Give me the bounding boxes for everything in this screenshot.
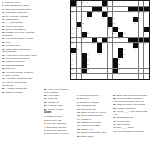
white-cell[interactable]: 40 <box>128 43 133 48</box>
clue-item: 5. Like some windows <box>44 129 73 132</box>
white-cell[interactable] <box>113 7 118 12</box>
white-cell[interactable]: 13 <box>108 12 113 17</box>
white-cell[interactable] <box>97 74 102 79</box>
black-cell <box>113 58 118 63</box>
white-cell[interactable] <box>77 38 82 43</box>
clue-number: 11. <box>77 108 81 110</box>
clue-number: 31. <box>2 54 6 56</box>
white-cell[interactable] <box>82 43 87 48</box>
white-cell[interactable] <box>102 58 107 63</box>
white-cell[interactable] <box>102 69 107 74</box>
white-cell[interactable]: 11 <box>92 12 97 17</box>
white-cell[interactable]: 60 <box>71 74 76 79</box>
white-cell[interactable] <box>108 58 113 63</box>
clue-item: 25. Soccer exclamation <box>2 28 42 31</box>
white-cell[interactable]: 58 <box>87 69 92 74</box>
cell-number: 12 <box>97 11 99 13</box>
clue-item: 56. It may be worn <box>44 104 73 107</box>
white-cell[interactable] <box>87 7 92 12</box>
black-cell <box>82 63 87 68</box>
clue-item: 2. Eat a hero, say <box>44 119 73 122</box>
white-cell[interactable]: 21 <box>139 17 144 22</box>
white-cell[interactable]: 17 <box>71 17 76 22</box>
clue-number: 25. <box>2 28 6 30</box>
clue-number: 20. <box>77 135 81 137</box>
white-cell[interactable]: 12 <box>97 12 102 17</box>
white-cell[interactable] <box>108 74 113 79</box>
cell-number: 19 <box>103 17 105 19</box>
clue-number: 14. <box>2 8 6 10</box>
cell-number: 32 <box>123 32 125 34</box>
clue-number: 30. <box>2 48 6 50</box>
white-cell[interactable]: 23 <box>113 22 118 27</box>
cell-number: 13 <box>108 11 110 13</box>
white-cell[interactable] <box>123 38 128 43</box>
white-cell[interactable]: 37 <box>71 43 76 48</box>
cell-number: 40 <box>128 42 130 44</box>
across-clues-column-1: 1. It may be left on6. Word with snap or… <box>2 1 42 149</box>
cell-number: 23 <box>113 22 115 24</box>
white-cell[interactable] <box>133 1 138 6</box>
clue-number: 17. <box>2 18 6 20</box>
white-cell[interactable]: 28 <box>118 27 123 32</box>
cell-number: 17 <box>72 17 74 19</box>
white-cell[interactable] <box>97 17 102 22</box>
white-cell[interactable] <box>102 53 107 58</box>
white-cell[interactable] <box>144 32 149 37</box>
clue-number: 3. <box>44 122 47 124</box>
clue-number: 44. <box>2 74 6 76</box>
clue-item: 33. Result of a splinter <box>2 60 42 63</box>
white-cell[interactable] <box>92 63 97 68</box>
cell-number: 7 <box>123 1 124 3</box>
clue-item: 47. Acts like a comeback <box>2 81 42 84</box>
clue-item: 19. ___ Paul guitars <box>2 21 42 24</box>
white-cell[interactable] <box>97 1 102 6</box>
white-cell[interactable] <box>108 53 113 58</box>
clue-number: 33. <box>2 60 6 62</box>
white-cell[interactable] <box>92 1 97 6</box>
white-cell[interactable] <box>139 22 144 27</box>
clue-item: 35. Metallic foundation <box>113 107 148 110</box>
cell-number: 58 <box>87 68 89 70</box>
black-cell <box>133 38 138 43</box>
clue-item: 53. Hour flower <box>44 94 73 97</box>
white-cell[interactable]: 19 <box>102 17 107 22</box>
white-cell[interactable] <box>144 69 149 74</box>
white-cell[interactable] <box>108 69 113 74</box>
white-cell[interactable] <box>77 53 82 58</box>
white-cell[interactable] <box>139 48 144 53</box>
black-cell <box>118 48 123 53</box>
clue-item: 40. Uneven coat <box>113 120 148 123</box>
white-cell[interactable] <box>123 12 128 17</box>
white-cell[interactable]: 59 <box>118 69 123 74</box>
white-cell[interactable] <box>139 32 144 37</box>
cell-number: 6 <box>118 1 119 3</box>
clue-item: 18. Magpie, e.g. <box>77 128 110 131</box>
clue-number: 19. <box>2 21 6 23</box>
white-cell[interactable] <box>128 53 133 58</box>
white-cell[interactable] <box>123 74 128 79</box>
cell-number: 59 <box>118 68 120 70</box>
white-cell[interactable]: 38 <box>92 43 97 48</box>
white-cell[interactable]: 27 <box>108 27 113 32</box>
clue-number: 51. <box>2 91 6 93</box>
white-cell[interactable] <box>113 48 118 53</box>
cell-number: 18 <box>87 17 89 19</box>
white-cell[interactable] <box>128 58 133 63</box>
white-cell[interactable] <box>118 74 123 79</box>
white-cell[interactable] <box>113 43 118 48</box>
cell-number: 56 <box>118 63 120 65</box>
clue-item: 39. Nursemaid's urn <box>113 116 148 119</box>
down-clues-column-2: 1. Initialized users2. Eat a hero, say3.… <box>44 115 73 135</box>
white-cell[interactable] <box>144 58 149 63</box>
white-cell[interactable] <box>108 63 113 68</box>
clue-item: 49. Silvana <box>2 84 42 87</box>
white-cell[interactable] <box>97 69 102 74</box>
white-cell[interactable] <box>139 63 144 68</box>
white-cell[interactable]: 4 <box>108 1 113 6</box>
white-cell[interactable] <box>77 63 82 68</box>
cell-number: 21 <box>139 17 141 19</box>
cell-number: 27 <box>108 27 110 29</box>
white-cell[interactable] <box>92 53 97 58</box>
white-cell[interactable] <box>97 38 102 43</box>
white-cell[interactable]: 42 <box>144 43 149 48</box>
white-cell[interactable]: 22 <box>82 22 87 27</box>
down-clues-column-3: 7. Poisoned pullover?8. Say no to9. Exam… <box>77 94 110 149</box>
white-cell[interactable] <box>144 63 149 68</box>
cell-number: 60 <box>72 74 74 76</box>
clue-item: 52. Apple on a teacher's desk, perhaps <box>44 88 73 93</box>
white-cell[interactable]: 49 <box>97 53 102 58</box>
white-cell[interactable] <box>139 69 144 74</box>
clue-number: 42. <box>113 126 117 128</box>
white-cell[interactable]: 32 <box>123 32 128 37</box>
white-cell[interactable] <box>133 53 138 58</box>
clue-number: 14. <box>77 118 81 120</box>
clue-number: 35. <box>113 107 117 109</box>
clue-item: 51. Takes the plunge <box>2 91 42 94</box>
clue-number: 36. <box>2 67 6 69</box>
white-cell[interactable] <box>144 1 149 6</box>
clue-item: 17. Canton's city <box>2 18 42 21</box>
white-cell[interactable] <box>118 12 123 17</box>
white-cell[interactable] <box>144 22 149 27</box>
clue-number: 37. <box>113 110 117 112</box>
white-cell[interactable] <box>123 22 128 27</box>
white-cell[interactable] <box>128 32 133 37</box>
cell-number: 45 <box>123 48 125 50</box>
white-cell[interactable] <box>92 74 97 79</box>
clue-item: 54. Went first <box>44 97 73 100</box>
white-cell[interactable]: 34 <box>82 38 87 43</box>
white-cell[interactable] <box>82 27 87 32</box>
clue-number: 24. <box>2 25 6 27</box>
clue-item: 6. Cap'n caddy, for short <box>44 132 73 135</box>
white-cell[interactable] <box>102 63 107 68</box>
black-cell <box>82 53 87 58</box>
white-cell[interactable] <box>139 74 144 79</box>
black-cell <box>144 27 149 32</box>
clue-number: 43. <box>113 130 117 132</box>
white-cell[interactable]: 3 <box>87 1 92 6</box>
white-cell[interactable] <box>133 12 138 17</box>
white-cell[interactable] <box>118 43 123 48</box>
white-cell[interactable] <box>92 32 97 37</box>
clue-number: 18. <box>77 128 81 130</box>
white-cell[interactable] <box>87 38 92 43</box>
white-cell[interactable] <box>108 43 113 48</box>
white-cell[interactable] <box>128 69 133 74</box>
white-cell[interactable]: 46 <box>133 48 138 53</box>
white-cell[interactable] <box>97 32 102 37</box>
clue-number: 38. <box>2 71 6 73</box>
white-cell[interactable] <box>139 58 144 63</box>
white-cell[interactable] <box>128 1 133 6</box>
cell-number: 34 <box>82 37 84 39</box>
clue-number: 23. <box>113 103 117 105</box>
white-cell[interactable] <box>113 74 118 79</box>
clue-number: 41. <box>113 123 117 125</box>
black-cell <box>108 17 113 22</box>
clue-item: 28. Fiery <box>2 41 42 44</box>
black-cell <box>82 58 87 63</box>
white-cell[interactable]: 26 <box>77 27 82 32</box>
clue-item: 14. Small-talk creator? Parlor <box>2 8 42 11</box>
white-cell[interactable] <box>133 74 138 79</box>
clue-number: 32. <box>2 57 6 59</box>
down-section-header: Down <box>44 111 73 114</box>
clue-number: 8. <box>77 97 80 99</box>
clue-item: 57. Mother of stone <box>44 108 73 111</box>
clue-number: 28. <box>2 41 6 43</box>
white-cell[interactable] <box>123 63 128 68</box>
clue-number: 15. <box>77 121 81 123</box>
white-cell[interactable] <box>133 63 138 68</box>
clue-item: 27. How grown-ups act, to kids <box>2 37 42 40</box>
white-cell[interactable] <box>92 58 97 63</box>
clue-item: 19. Shopkeeper's stats, often <box>77 131 110 134</box>
cell-number: 11 <box>92 11 94 13</box>
white-cell[interactable] <box>144 74 149 79</box>
white-cell[interactable] <box>128 48 133 53</box>
cell-number: 42 <box>144 42 146 44</box>
black-cell <box>133 7 138 12</box>
cell-number: 38 <box>92 42 94 44</box>
white-cell[interactable] <box>92 48 97 53</box>
white-cell[interactable] <box>139 53 144 58</box>
white-cell[interactable] <box>82 7 87 12</box>
white-cell[interactable] <box>108 48 113 53</box>
white-cell[interactable] <box>133 69 138 74</box>
clue-number: 17. <box>77 124 81 126</box>
white-cell[interactable] <box>102 27 107 32</box>
cell-number: 26 <box>77 27 79 29</box>
clue-number: 6. <box>2 4 5 6</box>
white-cell[interactable] <box>133 27 138 32</box>
white-cell[interactable] <box>77 32 82 37</box>
across-clues-column-2: 52. Apple on a teacher's desk, perhaps53… <box>44 88 73 110</box>
white-cell[interactable]: 16 <box>144 12 149 17</box>
cell-number: 14 <box>128 11 130 13</box>
cell-number: 43 <box>77 48 79 50</box>
white-cell[interactable] <box>128 74 133 79</box>
black-cell <box>113 63 118 68</box>
white-cell[interactable] <box>92 69 97 74</box>
cell-number: 28 <box>118 27 120 29</box>
clue-item: 13. Kiss in rhododendron <box>77 114 110 117</box>
clue-number: 26. <box>2 31 6 33</box>
white-cell[interactable]: 6 <box>118 1 123 6</box>
white-cell[interactable] <box>77 12 82 17</box>
cell-number: 31 <box>113 32 115 34</box>
white-cell[interactable]: 7 <box>123 1 128 6</box>
white-cell[interactable] <box>92 22 97 27</box>
white-cell[interactable] <box>77 74 82 79</box>
white-cell[interactable] <box>139 27 144 32</box>
white-cell[interactable] <box>123 7 128 12</box>
white-cell[interactable]: 50 <box>123 53 128 58</box>
white-cell[interactable] <box>113 38 118 43</box>
white-cell[interactable] <box>97 22 102 27</box>
white-cell[interactable] <box>77 69 82 74</box>
white-cell[interactable] <box>82 74 87 79</box>
white-cell[interactable] <box>97 58 102 63</box>
cell-number: 52 <box>87 58 89 60</box>
cell-number: 1 <box>77 1 78 3</box>
clue-item: 4. Superlative service? <box>44 126 73 129</box>
clue-item: 32. "I'm not making this up!" <box>2 57 42 60</box>
clue-item: 30. Island nation with storied independe… <box>2 48 42 53</box>
cell-number: 30 <box>87 32 89 34</box>
cell-number: 37 <box>72 42 74 44</box>
clue-item: 43. Word with back or sidewalk <box>113 130 148 133</box>
clue-item: 42. Solo ____ (once) <box>113 126 148 129</box>
clue-item: 38. Very speechless, for show? <box>2 71 42 74</box>
clue-item: 11. Tenderone note <box>77 108 110 111</box>
white-cell[interactable] <box>97 27 102 32</box>
white-cell[interactable]: 1 <box>77 1 82 6</box>
white-cell[interactable] <box>123 17 128 22</box>
clue-number: 47. <box>2 81 6 83</box>
clue-item: 45. How some stocks are sold <box>2 77 42 80</box>
white-cell[interactable] <box>102 32 107 37</box>
clue-number: 55. <box>44 101 48 103</box>
clue-number: 4. <box>44 126 47 128</box>
clue-number: 56. <box>44 104 48 106</box>
clue-number: 54. <box>44 97 48 99</box>
white-cell[interactable] <box>123 58 128 63</box>
white-cell[interactable]: 35 <box>108 38 113 43</box>
white-cell[interactable]: 36 <box>118 38 123 43</box>
white-cell[interactable] <box>113 53 118 58</box>
clue-number: 9. <box>77 101 80 103</box>
cell-number: 5 <box>113 1 114 3</box>
clue-number: 10. <box>77 104 81 106</box>
white-cell[interactable] <box>128 63 133 68</box>
clue-item: 26. Roughly 1% of the American populatio… <box>2 31 42 36</box>
clue-number: 2. <box>44 119 47 121</box>
white-cell[interactable] <box>118 17 123 22</box>
white-cell[interactable] <box>133 32 138 37</box>
cell-number: 49 <box>97 53 99 55</box>
white-cell[interactable] <box>128 27 133 32</box>
clue-number: 57. <box>44 108 48 110</box>
white-cell[interactable] <box>92 27 97 32</box>
white-cell[interactable]: 24 <box>133 22 138 27</box>
white-cell[interactable]: 18 <box>87 17 92 22</box>
cell-number: 48 <box>87 53 89 55</box>
clue-number: 29. <box>2 44 6 46</box>
clue-item: 23. That's no matter on 50 down <box>113 103 148 106</box>
clue-item: 34. Nocturnal ambush <box>2 64 42 67</box>
white-cell[interactable] <box>87 22 92 27</box>
clue-number: 15. <box>2 11 6 13</box>
white-cell[interactable] <box>87 74 92 79</box>
black-cell <box>82 69 87 74</box>
white-cell[interactable] <box>144 53 149 58</box>
cell-number: 22 <box>82 22 84 24</box>
cell-number: 54 <box>72 63 74 65</box>
clue-item: 50. A learned prospectus <box>2 87 42 90</box>
cell-number: 39 <box>103 42 105 44</box>
white-cell[interactable]: 43 <box>77 48 82 53</box>
clue-item: 44. Body of work <box>2 74 42 77</box>
clue-number: 5. <box>44 129 47 131</box>
cell-number: 3 <box>87 1 88 3</box>
white-cell[interactable] <box>102 74 107 79</box>
white-cell[interactable] <box>128 17 133 22</box>
cell-number: 2 <box>82 1 83 3</box>
cell-number: 29 <box>72 32 74 34</box>
white-cell[interactable] <box>77 58 82 63</box>
white-cell[interactable] <box>97 63 102 68</box>
white-cell[interactable] <box>144 17 149 22</box>
white-cell[interactable] <box>82 48 87 53</box>
cell-number: 16 <box>144 11 146 13</box>
white-cell[interactable] <box>133 58 138 63</box>
clue-item: 16. Pie or potato, perhaps <box>2 15 42 18</box>
white-cell[interactable] <box>123 69 128 74</box>
white-cell[interactable]: 44 <box>102 48 107 53</box>
white-cell[interactable] <box>87 43 92 48</box>
white-cell[interactable] <box>77 7 82 12</box>
white-cell[interactable]: 5 <box>113 1 118 6</box>
clue-number: 21. <box>113 94 117 96</box>
white-cell[interactable] <box>82 12 87 17</box>
white-cell[interactable] <box>77 17 82 22</box>
white-cell[interactable]: 31 <box>113 32 118 37</box>
white-cell[interactable] <box>102 22 107 27</box>
white-cell[interactable]: 2 <box>82 1 87 6</box>
white-cell[interactable] <box>118 7 123 12</box>
white-cell[interactable] <box>139 1 144 6</box>
white-cell[interactable]: 14 <box>128 12 133 17</box>
white-cell[interactable]: 30 <box>87 32 92 37</box>
cell-number: 33 <box>72 37 74 39</box>
white-cell[interactable] <box>128 22 133 27</box>
clue-item: 36. Naive pet <box>2 67 42 70</box>
white-cell[interactable]: 41 <box>139 43 144 48</box>
clue-number: 22. <box>113 97 117 99</box>
white-cell[interactable] <box>92 17 97 22</box>
white-cell[interactable] <box>144 48 149 53</box>
white-cell[interactable]: 9 <box>102 7 107 12</box>
clue-number: 45. <box>2 77 6 79</box>
